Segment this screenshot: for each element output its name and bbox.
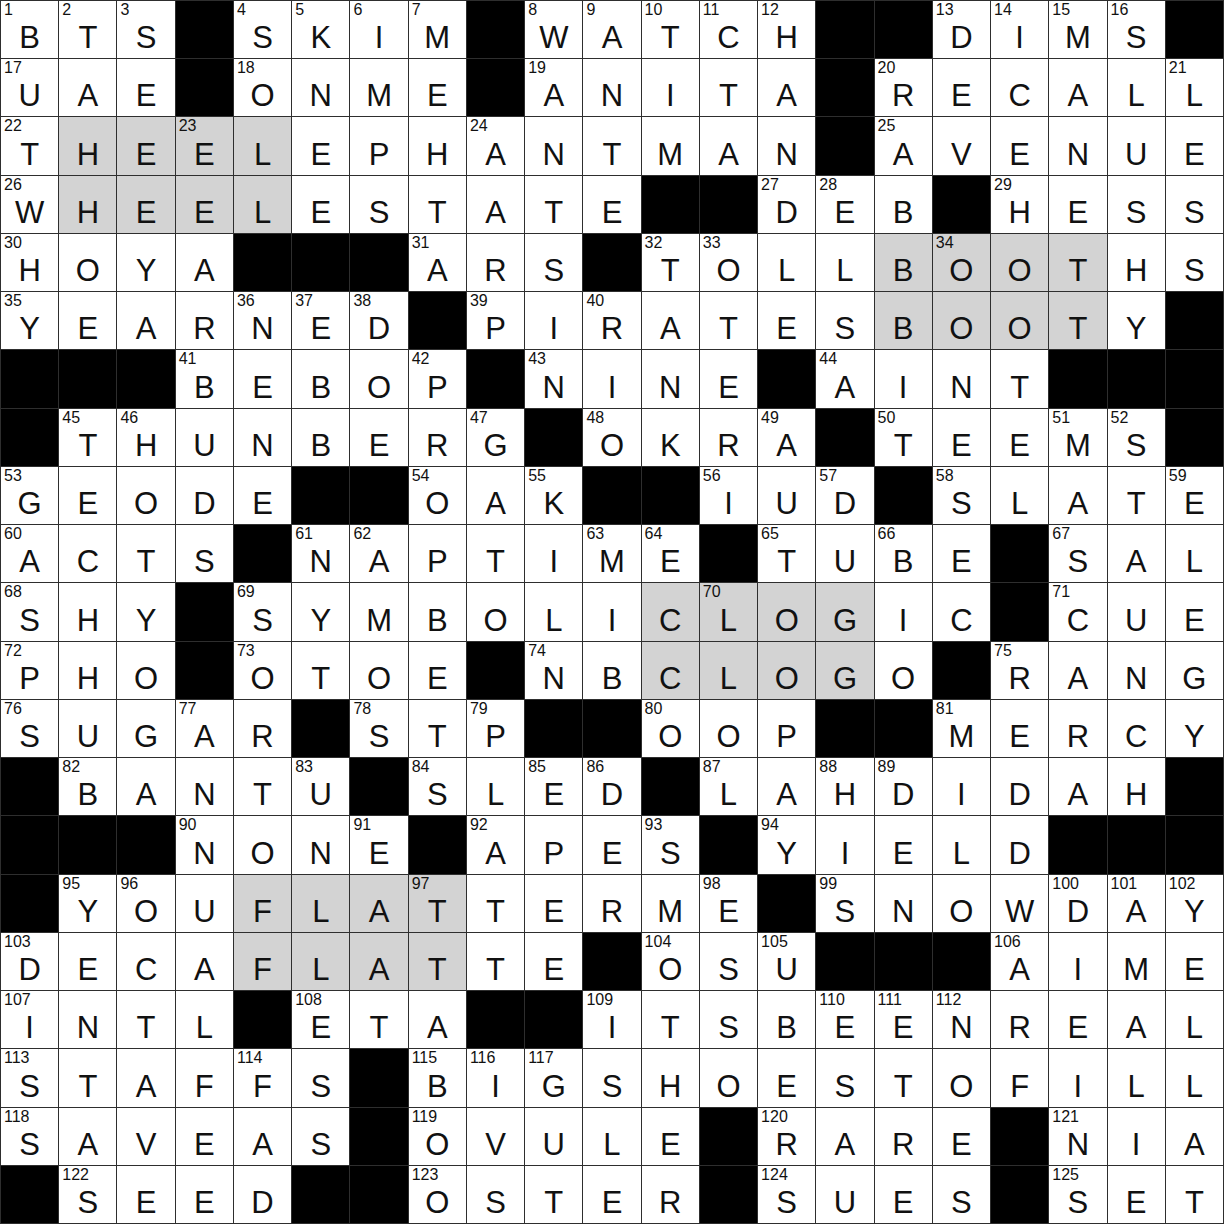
cell-r10c1[interactable]: 60A xyxy=(1,525,58,582)
cell-r19c21[interactable]: L xyxy=(1166,1049,1223,1106)
cell-r12c19[interactable]: A xyxy=(1049,642,1106,699)
cell-r4c10[interactable]: T xyxy=(525,176,582,233)
cell-r9c21[interactable]: 59E xyxy=(1166,467,1223,524)
cell-r5c8[interactable]: 31A xyxy=(409,234,466,291)
cell-r1c3[interactable]: 3S xyxy=(117,1,174,58)
cell-r15c5[interactable]: O xyxy=(234,816,291,873)
cell-r19c5[interactable]: 114F xyxy=(234,1049,291,1106)
cell-r3c18[interactable]: E xyxy=(991,117,1048,174)
cell-r20c1[interactable]: 118S xyxy=(1,1108,58,1165)
cell-r1c18[interactable]: 14I xyxy=(991,1,1048,58)
cell-r21c15[interactable]: U xyxy=(816,1166,873,1223)
cell-r4c19[interactable]: E xyxy=(1049,176,1106,233)
cell-r14c14[interactable]: A xyxy=(758,758,815,815)
cell-r19c17[interactable]: O xyxy=(933,1049,990,1106)
cell-r9c4[interactable]: D xyxy=(176,467,233,524)
cell-r16c21[interactable]: 102Y xyxy=(1166,875,1223,932)
cell-r8c3[interactable]: 46H xyxy=(117,409,174,466)
cell-r7c15[interactable]: 44A xyxy=(816,350,873,407)
cell-r15c18[interactable]: D xyxy=(991,816,1048,873)
cell-r6c6[interactable]: 37E xyxy=(292,292,349,349)
cell-r14c20[interactable]: H xyxy=(1108,758,1165,815)
cell-r12c11[interactable]: B xyxy=(583,642,640,699)
cell-r7c16[interactable]: I xyxy=(875,350,932,407)
cell-r21c16[interactable]: E xyxy=(875,1166,932,1223)
cell-r2c3[interactable]: E xyxy=(117,59,174,116)
cell-r15c16[interactable]: E xyxy=(875,816,932,873)
cell-r4c3[interactable]: E xyxy=(117,176,174,233)
cell-r20c8[interactable]: 119O xyxy=(409,1108,466,1165)
cell-r8c9[interactable]: 47G xyxy=(467,409,524,466)
cell-r21c8[interactable]: 123O xyxy=(409,1166,466,1223)
cell-r4c5[interactable]: L xyxy=(234,176,291,233)
cell-r2c1[interactable]: 17U xyxy=(1,59,58,116)
cell-r11c11[interactable]: I xyxy=(583,583,640,640)
cell-r15c11[interactable]: E xyxy=(583,816,640,873)
cell-r3c14[interactable]: N xyxy=(758,117,815,174)
cell-r12c16[interactable]: O xyxy=(875,642,932,699)
cell-r1c1[interactable]: 1B xyxy=(1,1,58,58)
cell-r6c16[interactable]: B xyxy=(875,292,932,349)
cell-r13c20[interactable]: C xyxy=(1108,700,1165,757)
cell-r12c21[interactable]: G xyxy=(1166,642,1223,699)
cell-r2c6[interactable]: N xyxy=(292,59,349,116)
cell-r2c11[interactable]: N xyxy=(583,59,640,116)
cell-r3c5[interactable]: L xyxy=(234,117,291,174)
cell-r7c8[interactable]: 42P xyxy=(409,350,466,407)
cell-r8c18[interactable]: E xyxy=(991,409,1048,466)
cell-r9c20[interactable]: T xyxy=(1108,467,1165,524)
cell-r7c10[interactable]: 43N xyxy=(525,350,582,407)
cell-r14c11[interactable]: 86D xyxy=(583,758,640,815)
cell-r3c7[interactable]: P xyxy=(350,117,407,174)
cell-r11c5[interactable]: 69S xyxy=(234,583,291,640)
cell-r12c1[interactable]: 72P xyxy=(1,642,58,699)
cell-r15c4[interactable]: 90N xyxy=(176,816,233,873)
cell-r12c18[interactable]: 75R xyxy=(991,642,1048,699)
cell-r9c15[interactable]: 57D xyxy=(816,467,873,524)
cell-r11c9[interactable]: O xyxy=(467,583,524,640)
cell-r10c6[interactable]: 61N xyxy=(292,525,349,582)
cell-r16c7[interactable]: A xyxy=(350,875,407,932)
cell-r11c17[interactable]: C xyxy=(933,583,990,640)
cell-r5c14[interactable]: L xyxy=(758,234,815,291)
cell-r17c8[interactable]: T xyxy=(409,933,466,990)
cell-r1c20[interactable]: 16S xyxy=(1108,1,1165,58)
cell-r12c15[interactable]: G xyxy=(816,642,873,699)
cell-r21c10[interactable]: T xyxy=(525,1166,582,1223)
cell-r9c13[interactable]: 56I xyxy=(700,467,757,524)
cell-r3c10[interactable]: N xyxy=(525,117,582,174)
cell-r2c7[interactable]: M xyxy=(350,59,407,116)
cell-r16c19[interactable]: 100D xyxy=(1049,875,1106,932)
cell-r12c7[interactable]: O xyxy=(350,642,407,699)
cell-r13c7[interactable]: 78S xyxy=(350,700,407,757)
cell-r14c16[interactable]: 89D xyxy=(875,758,932,815)
cell-r11c19[interactable]: 71C xyxy=(1049,583,1106,640)
cell-r9c10[interactable]: 55K xyxy=(525,467,582,524)
cell-r16c6[interactable]: L xyxy=(292,875,349,932)
cell-r19c1[interactable]: 113S xyxy=(1,1049,58,1106)
cell-r19c13[interactable]: O xyxy=(700,1049,757,1106)
cell-r19c20[interactable]: L xyxy=(1108,1049,1165,1106)
cell-r16c9[interactable]: T xyxy=(467,875,524,932)
cell-r11c21[interactable]: E xyxy=(1166,583,1223,640)
cell-r21c14[interactable]: 124S xyxy=(758,1166,815,1223)
cell-r5c9[interactable]: R xyxy=(467,234,524,291)
cell-r6c2[interactable]: E xyxy=(59,292,116,349)
cell-r17c18[interactable]: 106A xyxy=(991,933,1048,990)
cell-r7c4[interactable]: 41B xyxy=(176,350,233,407)
cell-r4c6[interactable]: E xyxy=(292,176,349,233)
cell-r1c19[interactable]: 15M xyxy=(1049,1,1106,58)
cell-r4c15[interactable]: 28E xyxy=(816,176,873,233)
cell-r17c10[interactable]: E xyxy=(525,933,582,990)
cell-r16c8[interactable]: 97T xyxy=(409,875,466,932)
cell-r12c3[interactable]: O xyxy=(117,642,174,699)
cell-r10c4[interactable]: S xyxy=(176,525,233,582)
cell-r17c21[interactable]: E xyxy=(1166,933,1223,990)
cell-r8c16[interactable]: 50T xyxy=(875,409,932,466)
cell-r12c13[interactable]: L xyxy=(700,642,757,699)
cell-r18c8[interactable]: A xyxy=(409,991,466,1048)
cell-r17c1[interactable]: 103D xyxy=(1,933,58,990)
cell-r18c18[interactable]: R xyxy=(991,991,1048,1048)
cell-r10c17[interactable]: E xyxy=(933,525,990,582)
cell-r12c8[interactable]: E xyxy=(409,642,466,699)
cell-r10c9[interactable]: T xyxy=(467,525,524,582)
cell-r10c15[interactable]: U xyxy=(816,525,873,582)
cell-r5c15[interactable]: L xyxy=(816,234,873,291)
cell-r3c21[interactable]: E xyxy=(1166,117,1223,174)
cell-r21c4[interactable]: E xyxy=(176,1166,233,1223)
cell-r16c20[interactable]: 101A xyxy=(1108,875,1165,932)
cell-r19c4[interactable]: F xyxy=(176,1049,233,1106)
cell-r13c3[interactable]: G xyxy=(117,700,174,757)
cell-r8c14[interactable]: 49A xyxy=(758,409,815,466)
cell-r14c4[interactable]: N xyxy=(176,758,233,815)
cell-r3c19[interactable]: N xyxy=(1049,117,1106,174)
cell-r1c2[interactable]: 2T xyxy=(59,1,116,58)
cell-r13c12[interactable]: 80O xyxy=(642,700,699,757)
cell-r11c2[interactable]: H xyxy=(59,583,116,640)
cell-r12c20[interactable]: N xyxy=(1108,642,1165,699)
cell-r12c2[interactable]: H xyxy=(59,642,116,699)
cell-r11c3[interactable]: Y xyxy=(117,583,174,640)
cell-r21c3[interactable]: E xyxy=(117,1166,174,1223)
cell-r16c12[interactable]: M xyxy=(642,875,699,932)
cell-r5c4[interactable]: A xyxy=(176,234,233,291)
cell-r17c13[interactable]: S xyxy=(700,933,757,990)
cell-r1c6[interactable]: 5K xyxy=(292,1,349,58)
cell-r11c16[interactable]: I xyxy=(875,583,932,640)
cell-r21c19[interactable]: 125S xyxy=(1049,1166,1106,1223)
cell-r3c9[interactable]: 24A xyxy=(467,117,524,174)
cell-r16c18[interactable]: W xyxy=(991,875,1048,932)
cell-r20c2[interactable]: A xyxy=(59,1108,116,1165)
cell-r3c4[interactable]: 23E xyxy=(176,117,233,174)
cell-r3c13[interactable]: A xyxy=(700,117,757,174)
cell-r20c4[interactable]: E xyxy=(176,1108,233,1165)
cell-r4c11[interactable]: E xyxy=(583,176,640,233)
cell-r17c5[interactable]: F xyxy=(234,933,291,990)
cell-r1c17[interactable]: 13D xyxy=(933,1,990,58)
cell-r4c7[interactable]: S xyxy=(350,176,407,233)
cell-r1c5[interactable]: 4S xyxy=(234,1,291,58)
cell-r14c13[interactable]: 87L xyxy=(700,758,757,815)
cell-r19c10[interactable]: 117G xyxy=(525,1049,582,1106)
cell-r5c16[interactable]: B xyxy=(875,234,932,291)
cell-r20c5[interactable]: A xyxy=(234,1108,291,1165)
cell-r8c8[interactable]: R xyxy=(409,409,466,466)
cell-r13c4[interactable]: 77A xyxy=(176,700,233,757)
cell-r7c13[interactable]: E xyxy=(700,350,757,407)
cell-r9c5[interactable]: E xyxy=(234,467,291,524)
cell-r2c21[interactable]: 21L xyxy=(1166,59,1223,116)
cell-r20c16[interactable]: R xyxy=(875,1108,932,1165)
cell-r5c10[interactable]: S xyxy=(525,234,582,291)
cell-r16c13[interactable]: 98E xyxy=(700,875,757,932)
cell-r15c10[interactable]: P xyxy=(525,816,582,873)
cell-r4c21[interactable]: S xyxy=(1166,176,1223,233)
cell-r3c11[interactable]: T xyxy=(583,117,640,174)
cell-r5c20[interactable]: H xyxy=(1108,234,1165,291)
cell-r7c7[interactable]: O xyxy=(350,350,407,407)
cell-r20c15[interactable]: A xyxy=(816,1108,873,1165)
cell-r13c19[interactable]: R xyxy=(1049,700,1106,757)
cell-r16c15[interactable]: 99S xyxy=(816,875,873,932)
cell-r6c12[interactable]: A xyxy=(642,292,699,349)
cell-r3c3[interactable]: E xyxy=(117,117,174,174)
cell-r19c8[interactable]: 115B xyxy=(409,1049,466,1106)
cell-r19c16[interactable]: T xyxy=(875,1049,932,1106)
cell-r8c7[interactable]: E xyxy=(350,409,407,466)
cell-r6c11[interactable]: 40R xyxy=(583,292,640,349)
cell-r3c17[interactable]: V xyxy=(933,117,990,174)
cell-r18c13[interactable]: S xyxy=(700,991,757,1048)
cell-r2c14[interactable]: A xyxy=(758,59,815,116)
cell-r15c6[interactable]: N xyxy=(292,816,349,873)
cell-r16c17[interactable]: O xyxy=(933,875,990,932)
cell-r18c17[interactable]: 112N xyxy=(933,991,990,1048)
cell-r18c1[interactable]: 107I xyxy=(1,991,58,1048)
cell-r9c19[interactable]: A xyxy=(1049,467,1106,524)
cell-r6c17[interactable]: O xyxy=(933,292,990,349)
cell-r6c20[interactable]: Y xyxy=(1108,292,1165,349)
cell-r8c11[interactable]: 48O xyxy=(583,409,640,466)
cell-r19c15[interactable]: S xyxy=(816,1049,873,1106)
cell-r18c15[interactable]: 110E xyxy=(816,991,873,1048)
cell-r21c17[interactable]: S xyxy=(933,1166,990,1223)
cell-r19c2[interactable]: T xyxy=(59,1049,116,1106)
cell-r14c3[interactable]: A xyxy=(117,758,174,815)
cell-r1c7[interactable]: 6I xyxy=(350,1,407,58)
cell-r19c6[interactable]: S xyxy=(292,1049,349,1106)
cell-r4c2[interactable]: H xyxy=(59,176,116,233)
cell-r10c16[interactable]: 66B xyxy=(875,525,932,582)
cell-r4c8[interactable]: T xyxy=(409,176,466,233)
cell-r14c9[interactable]: L xyxy=(467,758,524,815)
cell-r14c19[interactable]: A xyxy=(1049,758,1106,815)
cell-r4c14[interactable]: 27D xyxy=(758,176,815,233)
cell-r2c2[interactable]: A xyxy=(59,59,116,116)
cell-r20c11[interactable]: L xyxy=(583,1108,640,1165)
cell-r15c9[interactable]: 92A xyxy=(467,816,524,873)
cell-r16c11[interactable]: R xyxy=(583,875,640,932)
cell-r14c8[interactable]: 84S xyxy=(409,758,466,815)
cell-r7c18[interactable]: T xyxy=(991,350,1048,407)
cell-r5c17[interactable]: 34O xyxy=(933,234,990,291)
cell-r10c21[interactable]: L xyxy=(1166,525,1223,582)
cell-r21c5[interactable]: D xyxy=(234,1166,291,1223)
cell-r18c2[interactable]: N xyxy=(59,991,116,1048)
cell-r9c9[interactable]: A xyxy=(467,467,524,524)
cell-r10c20[interactable]: A xyxy=(1108,525,1165,582)
cell-r12c5[interactable]: 73O xyxy=(234,642,291,699)
cell-r11c20[interactable]: U xyxy=(1108,583,1165,640)
cell-r1c10[interactable]: 8W xyxy=(525,1,582,58)
cell-r21c12[interactable]: R xyxy=(642,1166,699,1223)
cell-r4c16[interactable]: B xyxy=(875,176,932,233)
cell-r7c17[interactable]: N xyxy=(933,350,990,407)
cell-r16c16[interactable]: N xyxy=(875,875,932,932)
cell-r17c3[interactable]: C xyxy=(117,933,174,990)
cell-r21c9[interactable]: S xyxy=(467,1166,524,1223)
cell-r11c12[interactable]: C xyxy=(642,583,699,640)
cell-r6c1[interactable]: 35Y xyxy=(1,292,58,349)
cell-r2c20[interactable]: L xyxy=(1108,59,1165,116)
cell-r14c10[interactable]: 85E xyxy=(525,758,582,815)
cell-r20c9[interactable]: V xyxy=(467,1108,524,1165)
cell-r8c17[interactable]: E xyxy=(933,409,990,466)
cell-r16c10[interactable]: E xyxy=(525,875,582,932)
cell-r13c8[interactable]: T xyxy=(409,700,466,757)
cell-r9c17[interactable]: 58S xyxy=(933,467,990,524)
cell-r1c12[interactable]: 10T xyxy=(642,1,699,58)
cell-r8c6[interactable]: B xyxy=(292,409,349,466)
cell-r5c18[interactable]: O xyxy=(991,234,1048,291)
cell-r17c7[interactable]: A xyxy=(350,933,407,990)
cell-r20c21[interactable]: A xyxy=(1166,1108,1223,1165)
cell-r6c5[interactable]: 36N xyxy=(234,292,291,349)
cell-r18c16[interactable]: 111E xyxy=(875,991,932,1048)
cell-r21c21[interactable]: T xyxy=(1166,1166,1223,1223)
cell-r20c20[interactable]: I xyxy=(1108,1108,1165,1165)
cell-r19c12[interactable]: H xyxy=(642,1049,699,1106)
cell-r6c7[interactable]: 38D xyxy=(350,292,407,349)
cell-r10c2[interactable]: C xyxy=(59,525,116,582)
cell-r11c13[interactable]: 70L xyxy=(700,583,757,640)
cell-r13c14[interactable]: P xyxy=(758,700,815,757)
cell-r2c17[interactable]: E xyxy=(933,59,990,116)
cell-r1c14[interactable]: 12H xyxy=(758,1,815,58)
cell-r19c14[interactable]: E xyxy=(758,1049,815,1106)
cell-r13c5[interactable]: R xyxy=(234,700,291,757)
cell-r6c9[interactable]: 39P xyxy=(467,292,524,349)
cell-r18c19[interactable]: E xyxy=(1049,991,1106,1048)
cell-r10c8[interactable]: P xyxy=(409,525,466,582)
cell-r9c1[interactable]: 53G xyxy=(1,467,58,524)
cell-r17c12[interactable]: 104O xyxy=(642,933,699,990)
cell-r13c17[interactable]: 81M xyxy=(933,700,990,757)
cell-r6c14[interactable]: E xyxy=(758,292,815,349)
cell-r18c4[interactable]: L xyxy=(176,991,233,1048)
cell-r9c18[interactable]: L xyxy=(991,467,1048,524)
cell-r2c12[interactable]: I xyxy=(642,59,699,116)
cell-r11c14[interactable]: O xyxy=(758,583,815,640)
cell-r15c12[interactable]: 93S xyxy=(642,816,699,873)
cell-r14c18[interactable]: D xyxy=(991,758,1048,815)
cell-r18c11[interactable]: 109I xyxy=(583,991,640,1048)
cell-r18c20[interactable]: A xyxy=(1108,991,1165,1048)
cell-r16c4[interactable]: U xyxy=(176,875,233,932)
cell-r16c2[interactable]: 95Y xyxy=(59,875,116,932)
cell-r4c18[interactable]: 29H xyxy=(991,176,1048,233)
cell-r3c6[interactable]: E xyxy=(292,117,349,174)
cell-r2c18[interactable]: C xyxy=(991,59,1048,116)
cell-r8c2[interactable]: 45T xyxy=(59,409,116,466)
cell-r18c3[interactable]: T xyxy=(117,991,174,1048)
cell-r6c15[interactable]: S xyxy=(816,292,873,349)
cell-r3c2[interactable]: H xyxy=(59,117,116,174)
cell-r4c1[interactable]: 26W xyxy=(1,176,58,233)
cell-r18c14[interactable]: B xyxy=(758,991,815,1048)
cell-r10c14[interactable]: 65T xyxy=(758,525,815,582)
cell-r18c12[interactable]: T xyxy=(642,991,699,1048)
cell-r18c6[interactable]: 108E xyxy=(292,991,349,1048)
cell-r18c7[interactable]: T xyxy=(350,991,407,1048)
cell-r3c16[interactable]: 25A xyxy=(875,117,932,174)
cell-r6c3[interactable]: A xyxy=(117,292,174,349)
cell-r10c19[interactable]: 67S xyxy=(1049,525,1106,582)
cell-r18c21[interactable]: L xyxy=(1166,991,1223,1048)
cell-r20c19[interactable]: 121N xyxy=(1049,1108,1106,1165)
cell-r4c20[interactable]: S xyxy=(1108,176,1165,233)
cell-r14c17[interactable]: I xyxy=(933,758,990,815)
cell-r5c3[interactable]: Y xyxy=(117,234,174,291)
cell-r14c5[interactable]: T xyxy=(234,758,291,815)
cell-r12c14[interactable]: O xyxy=(758,642,815,699)
cell-r20c12[interactable]: E xyxy=(642,1108,699,1165)
cell-r17c4[interactable]: A xyxy=(176,933,233,990)
cell-r21c20[interactable]: E xyxy=(1108,1166,1165,1223)
cell-r3c20[interactable]: U xyxy=(1108,117,1165,174)
cell-r13c1[interactable]: 76S xyxy=(1,700,58,757)
cell-r20c6[interactable]: S xyxy=(292,1108,349,1165)
cell-r12c6[interactable]: T xyxy=(292,642,349,699)
cell-r20c10[interactable]: U xyxy=(525,1108,582,1165)
cell-r9c14[interactable]: U xyxy=(758,467,815,524)
cell-r10c11[interactable]: 63M xyxy=(583,525,640,582)
cell-r17c9[interactable]: T xyxy=(467,933,524,990)
cell-r5c2[interactable]: O xyxy=(59,234,116,291)
cell-r12c10[interactable]: 74N xyxy=(525,642,582,699)
cell-r9c3[interactable]: O xyxy=(117,467,174,524)
cell-r6c13[interactable]: T xyxy=(700,292,757,349)
cell-r6c19[interactable]: T xyxy=(1049,292,1106,349)
cell-r11c15[interactable]: G xyxy=(816,583,873,640)
cell-r8c20[interactable]: 52S xyxy=(1108,409,1165,466)
cell-r17c19[interactable]: I xyxy=(1049,933,1106,990)
cell-r2c16[interactable]: 20R xyxy=(875,59,932,116)
cell-r16c5[interactable]: F xyxy=(234,875,291,932)
cell-r17c2[interactable]: E xyxy=(59,933,116,990)
cell-r14c2[interactable]: 82B xyxy=(59,758,116,815)
cell-r6c4[interactable]: R xyxy=(176,292,233,349)
cell-r7c6[interactable]: B xyxy=(292,350,349,407)
cell-r17c20[interactable]: M xyxy=(1108,933,1165,990)
cell-r15c14[interactable]: 94Y xyxy=(758,816,815,873)
